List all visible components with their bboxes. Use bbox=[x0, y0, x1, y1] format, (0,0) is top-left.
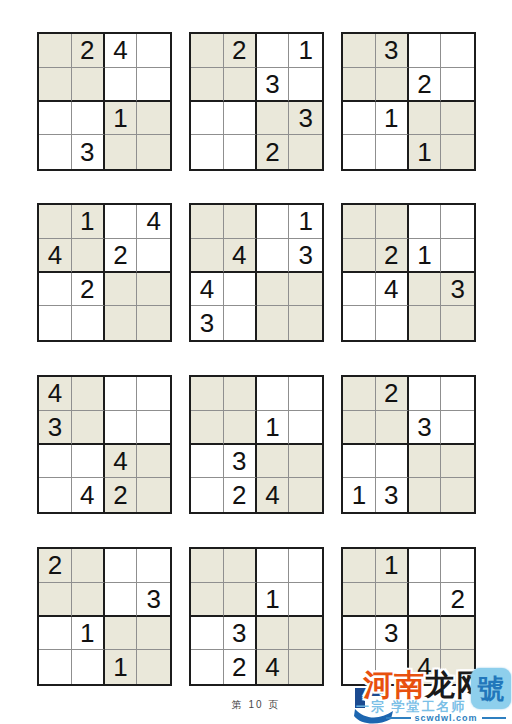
sudoku-cell bbox=[289, 68, 322, 102]
sudoku-cell bbox=[343, 34, 376, 68]
sudoku-board-3: 3211 bbox=[341, 32, 476, 171]
sudoku-cell: 4 bbox=[224, 239, 257, 273]
sudoku-cell bbox=[376, 306, 409, 340]
sudoku-cell bbox=[39, 478, 72, 512]
watermark-seal-icon: 號 bbox=[471, 668, 511, 709]
sudoku-cell: 4 bbox=[72, 478, 105, 512]
sudoku-cell bbox=[257, 34, 290, 68]
sudoku-cell: 3 bbox=[224, 445, 257, 479]
sudoku-cell bbox=[224, 205, 257, 239]
sudoku-cell bbox=[441, 445, 474, 479]
sudoku-cell: 2 bbox=[409, 68, 442, 102]
sudoku-cell bbox=[137, 650, 170, 684]
sudoku-cell bbox=[441, 68, 474, 102]
sudoku-cell bbox=[441, 102, 474, 136]
sudoku-cell bbox=[39, 617, 72, 651]
sudoku-cell bbox=[137, 135, 170, 169]
sudoku-cell bbox=[191, 205, 224, 239]
sudoku-cell bbox=[289, 650, 322, 684]
sudoku-cell: 4 bbox=[39, 377, 72, 411]
sudoku-cell bbox=[137, 68, 170, 102]
sudoku-cell bbox=[72, 549, 105, 583]
sudoku-cell bbox=[257, 205, 290, 239]
sudoku-cell bbox=[441, 239, 474, 273]
watermark-rule-left bbox=[386, 717, 411, 719]
sudoku-cell: 2 bbox=[105, 478, 138, 512]
sudoku-cell bbox=[257, 102, 290, 136]
watermark-domain-row: scwdwl.com bbox=[382, 713, 510, 723]
sudoku-cell bbox=[39, 273, 72, 307]
sudoku-cell bbox=[39, 650, 72, 684]
sudoku-cell bbox=[257, 617, 290, 651]
sudoku-cell bbox=[289, 445, 322, 479]
sudoku-cell: 4 bbox=[257, 650, 290, 684]
sudoku-cell bbox=[289, 583, 322, 617]
sudoku-cell bbox=[224, 273, 257, 307]
sudoku-cell: 2 bbox=[72, 34, 105, 68]
sudoku-cell bbox=[224, 549, 257, 583]
sudoku-cell: 3 bbox=[137, 583, 170, 617]
sudoku-cell: 3 bbox=[409, 411, 442, 445]
sudoku-cell bbox=[39, 34, 72, 68]
sudoku-cell bbox=[409, 377, 442, 411]
sudoku-cell bbox=[409, 34, 442, 68]
sudoku-board-11: 1324 bbox=[189, 547, 324, 686]
sudoku-cell: 4 bbox=[137, 205, 170, 239]
sudoku-cell: 1 bbox=[289, 34, 322, 68]
sudoku-cell bbox=[224, 377, 257, 411]
sudoku-cell: 2 bbox=[105, 239, 138, 273]
sudoku-cell bbox=[72, 239, 105, 273]
sudoku-cell bbox=[137, 411, 170, 445]
sudoku-board-7: 43442 bbox=[37, 375, 172, 514]
sudoku-cell bbox=[376, 445, 409, 479]
sudoku-cell bbox=[257, 306, 290, 340]
sudoku-board-2: 21332 bbox=[189, 32, 324, 171]
sudoku-cell bbox=[343, 549, 376, 583]
sudoku-cell bbox=[289, 273, 322, 307]
sudoku-cell: 2 bbox=[224, 650, 257, 684]
sudoku-cell bbox=[441, 549, 474, 583]
sudoku-board-1: 2413 bbox=[37, 32, 172, 171]
sudoku-cell bbox=[137, 239, 170, 273]
sudoku-cell bbox=[39, 68, 72, 102]
sudoku-cell bbox=[289, 306, 322, 340]
sudoku-cell bbox=[289, 478, 322, 512]
sudoku-cell bbox=[72, 445, 105, 479]
sudoku-cell: 4 bbox=[257, 478, 290, 512]
sudoku-cell bbox=[224, 102, 257, 136]
sudoku-cell: 3 bbox=[39, 411, 72, 445]
sudoku-cell bbox=[343, 411, 376, 445]
sudoku-cell: 4 bbox=[376, 273, 409, 307]
sudoku-cell: 4 bbox=[105, 445, 138, 479]
sudoku-cell bbox=[343, 583, 376, 617]
sudoku-cell bbox=[224, 68, 257, 102]
sudoku-cell bbox=[105, 68, 138, 102]
sudoku-cell bbox=[191, 135, 224, 169]
sudoku-cell bbox=[441, 617, 474, 651]
sudoku-cell bbox=[224, 411, 257, 445]
sudoku-cell bbox=[191, 445, 224, 479]
sudoku-cell bbox=[343, 135, 376, 169]
sudoku-cell: 1 bbox=[72, 617, 105, 651]
sudoku-cell bbox=[257, 273, 290, 307]
sudoku-cell bbox=[105, 549, 138, 583]
sudoku-cell bbox=[137, 273, 170, 307]
sudoku-cell: 3 bbox=[191, 306, 224, 340]
sudoku-cell bbox=[376, 411, 409, 445]
sudoku-cell: 2 bbox=[72, 273, 105, 307]
sudoku-cell bbox=[191, 411, 224, 445]
sudoku-cell: 2 bbox=[224, 34, 257, 68]
sudoku-cell: 3 bbox=[289, 102, 322, 136]
sudoku-cell bbox=[343, 205, 376, 239]
sudoku-cell bbox=[441, 135, 474, 169]
sudoku-cell bbox=[441, 411, 474, 445]
sudoku-cell bbox=[191, 102, 224, 136]
sudoku-cell bbox=[72, 68, 105, 102]
sudoku-cell: 3 bbox=[72, 135, 105, 169]
sudoku-cell: 3 bbox=[441, 273, 474, 307]
sudoku-cell: 1 bbox=[257, 411, 290, 445]
sudoku-cell bbox=[72, 650, 105, 684]
sudoku-cell bbox=[39, 205, 72, 239]
sudoku-cell bbox=[343, 68, 376, 102]
sudoku-cell bbox=[137, 102, 170, 136]
sudoku-cell: 1 bbox=[409, 135, 442, 169]
watermark-site-name-part1: 河南 bbox=[363, 668, 425, 701]
sudoku-cell bbox=[224, 135, 257, 169]
sudoku-cell bbox=[289, 135, 322, 169]
sudoku-cell bbox=[105, 135, 138, 169]
sudoku-cell: 3 bbox=[376, 34, 409, 68]
sudoku-cell bbox=[441, 377, 474, 411]
sudoku-board-5: 14343 bbox=[189, 203, 324, 342]
sudoku-cell bbox=[105, 205, 138, 239]
sudoku-cell bbox=[289, 617, 322, 651]
sudoku-cell: 2 bbox=[224, 478, 257, 512]
sudoku-cell bbox=[409, 205, 442, 239]
sudoku-cell bbox=[191, 34, 224, 68]
sudoku-cell bbox=[105, 617, 138, 651]
sudoku-cell: 4 bbox=[191, 273, 224, 307]
sudoku-cell bbox=[289, 377, 322, 411]
sudoku-cell: 4 bbox=[105, 34, 138, 68]
sudoku-cell bbox=[257, 239, 290, 273]
sudoku-cell: 2 bbox=[257, 135, 290, 169]
sudoku-cell bbox=[224, 306, 257, 340]
site-watermark: 河南龙网 號 一宗 学堂工名师 scwdwl.com bbox=[350, 662, 512, 724]
sudoku-board-8: 1324 bbox=[189, 375, 324, 514]
sudoku-cell: 1 bbox=[343, 478, 376, 512]
sudoku-cell: 1 bbox=[376, 549, 409, 583]
sudoku-cell bbox=[191, 549, 224, 583]
sudoku-cell bbox=[409, 478, 442, 512]
sudoku-cell: 3 bbox=[224, 617, 257, 651]
sudoku-cell bbox=[39, 135, 72, 169]
sudoku-cell: 1 bbox=[257, 583, 290, 617]
sudoku-board-10: 2311 bbox=[37, 547, 172, 686]
sudoku-cell bbox=[441, 34, 474, 68]
sudoku-cell bbox=[191, 478, 224, 512]
sudoku-cell bbox=[376, 583, 409, 617]
sudoku-cell: 2 bbox=[376, 377, 409, 411]
sudoku-cell bbox=[409, 273, 442, 307]
sudoku-cell: 4 bbox=[39, 239, 72, 273]
sudoku-cell bbox=[105, 377, 138, 411]
sudoku-cell: 1 bbox=[105, 650, 138, 684]
sudoku-cell bbox=[72, 306, 105, 340]
sudoku-cell bbox=[257, 549, 290, 583]
sudoku-cell bbox=[137, 377, 170, 411]
sudoku-board-6: 2143 bbox=[341, 203, 476, 342]
sudoku-cell bbox=[191, 239, 224, 273]
sudoku-cell: 2 bbox=[39, 549, 72, 583]
sudoku-cell bbox=[137, 478, 170, 512]
sudoku-cell bbox=[376, 135, 409, 169]
sudoku-cell bbox=[137, 306, 170, 340]
sudoku-cell bbox=[39, 306, 72, 340]
watermark-domain-text: scwdwl.com bbox=[415, 713, 478, 723]
sudoku-cell bbox=[343, 306, 376, 340]
sudoku-cell bbox=[289, 549, 322, 583]
sudoku-cell bbox=[343, 617, 376, 651]
sudoku-cell bbox=[72, 583, 105, 617]
sudoku-cell bbox=[191, 650, 224, 684]
sudoku-cell bbox=[39, 583, 72, 617]
sudoku-cell: 3 bbox=[376, 617, 409, 651]
sudoku-cell bbox=[191, 583, 224, 617]
sudoku-cell bbox=[191, 617, 224, 651]
sudoku-cell bbox=[191, 377, 224, 411]
sudoku-cell bbox=[72, 377, 105, 411]
sudoku-cell bbox=[105, 411, 138, 445]
sudoku-cell bbox=[409, 102, 442, 136]
sudoku-cell bbox=[137, 617, 170, 651]
sudoku-cell bbox=[39, 102, 72, 136]
sudoku-cell bbox=[105, 583, 138, 617]
watermark-seal-character: 號 bbox=[478, 671, 505, 707]
sudoku-cell bbox=[409, 445, 442, 479]
sudoku-cell bbox=[289, 411, 322, 445]
sudoku-cell bbox=[257, 377, 290, 411]
sudoku-cell bbox=[441, 306, 474, 340]
sudoku-cell bbox=[191, 68, 224, 102]
sudoku-cell: 1 bbox=[289, 205, 322, 239]
sudoku-cell: 3 bbox=[257, 68, 290, 102]
sudoku-cell bbox=[343, 239, 376, 273]
sudoku-cell bbox=[72, 411, 105, 445]
sudoku-cell bbox=[105, 273, 138, 307]
sudoku-cell bbox=[137, 445, 170, 479]
sudoku-cell bbox=[137, 549, 170, 583]
sudoku-cell bbox=[376, 205, 409, 239]
sudoku-cell: 3 bbox=[376, 478, 409, 512]
sudoku-cell bbox=[224, 583, 257, 617]
sudoku-cell bbox=[441, 205, 474, 239]
sudoku-cell bbox=[376, 68, 409, 102]
sudoku-cell bbox=[409, 306, 442, 340]
sudoku-cell: 2 bbox=[376, 239, 409, 273]
sudoku-cell: 1 bbox=[376, 102, 409, 136]
sudoku-cell bbox=[343, 273, 376, 307]
watermark-rule-right bbox=[482, 717, 507, 719]
sudoku-cell: 1 bbox=[105, 102, 138, 136]
sudoku-cell bbox=[105, 306, 138, 340]
sudoku-cell bbox=[409, 617, 442, 651]
sudoku-cell bbox=[409, 549, 442, 583]
sudoku-cell: 2 bbox=[441, 583, 474, 617]
sudoku-cell bbox=[72, 102, 105, 136]
sudoku-cell bbox=[343, 102, 376, 136]
sudoku-cell bbox=[343, 377, 376, 411]
sudoku-cell bbox=[343, 445, 376, 479]
sudoku-cell bbox=[257, 445, 290, 479]
sudoku-cell bbox=[39, 445, 72, 479]
sudoku-cell: 1 bbox=[409, 239, 442, 273]
sudoku-cell bbox=[137, 34, 170, 68]
sudoku-cell bbox=[441, 478, 474, 512]
sudoku-board-4: 14422 bbox=[37, 203, 172, 342]
sudoku-board-9: 2313 bbox=[341, 375, 476, 514]
worksheet-page: { "game": "sudoku-4x4-worksheet", "page_… bbox=[0, 0, 512, 724]
sudoku-cell: 1 bbox=[72, 205, 105, 239]
sudoku-cell: 3 bbox=[289, 239, 322, 273]
sudoku-cell bbox=[409, 583, 442, 617]
